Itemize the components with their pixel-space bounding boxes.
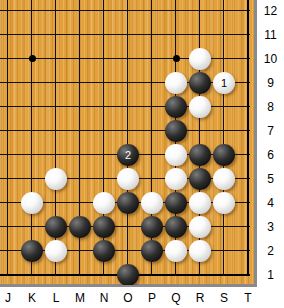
board-point-J7[interactable] (0, 119, 20, 143)
board-point-O9[interactable] (116, 71, 140, 95)
white-stone (213, 192, 235, 214)
black-stone (141, 240, 163, 262)
black-stone (189, 72, 211, 94)
move-number-label: 1 (221, 78, 227, 89)
black-stone (189, 144, 211, 166)
black-stone (45, 216, 67, 238)
board-point-R1[interactable] (188, 263, 212, 285)
board-point-M2[interactable] (68, 239, 92, 263)
board-point-M3[interactable] (68, 215, 92, 239)
black-stone (165, 216, 187, 238)
board-point-P11[interactable] (140, 23, 164, 47)
board-point-R2[interactable] (188, 239, 212, 263)
board-point-S8[interactable] (212, 95, 236, 119)
board-point-J8[interactable] (0, 95, 20, 119)
board-point-N9[interactable] (92, 71, 116, 95)
board-point-M12[interactable] (68, 0, 92, 23)
col-label-N: N (92, 287, 116, 308)
board-point-R4[interactable] (188, 191, 212, 215)
board-point-R8[interactable] (188, 95, 212, 119)
col-label-M: M (68, 287, 92, 308)
board-point-T12[interactable] (236, 0, 255, 23)
board-point-L9[interactable] (44, 71, 68, 95)
col-label-Q: Q (164, 287, 188, 308)
board-point-Q8[interactable] (164, 95, 188, 119)
column-coordinate-labels: JKLMNOPQRST (0, 287, 260, 308)
board-point-O7[interactable] (116, 119, 140, 143)
white-stone (45, 168, 67, 190)
board-point-M4[interactable] (68, 191, 92, 215)
row-label-6: 6 (257, 143, 284, 167)
col-label-K: K (20, 287, 44, 308)
board-point-K11[interactable] (20, 23, 44, 47)
black-stone (117, 192, 139, 214)
white-stone (189, 240, 211, 262)
board-point-L4[interactable] (44, 191, 68, 215)
board-point-R7[interactable] (188, 119, 212, 143)
board-point-K12[interactable] (20, 0, 44, 23)
board-point-L3[interactable] (44, 215, 68, 239)
board-point-O12[interactable] (116, 0, 140, 23)
black-stone (93, 216, 115, 238)
black-stone (21, 240, 43, 262)
board-point-S10[interactable] (212, 47, 236, 71)
board-point-O11[interactable] (116, 23, 140, 47)
board-point-L10[interactable] (44, 47, 68, 71)
black-stone (117, 264, 139, 285)
board-point-K7[interactable] (20, 119, 44, 143)
col-label-S: S (212, 287, 236, 308)
board-point-P4[interactable] (140, 191, 164, 215)
board-point-L7[interactable] (44, 119, 68, 143)
board-point-R9[interactable] (188, 71, 212, 95)
board-point-Q11[interactable] (164, 23, 188, 47)
row-label-10: 10 (257, 47, 284, 71)
board-point-N11[interactable] (92, 23, 116, 47)
board-point-N6[interactable] (92, 143, 116, 167)
go-board-widget: 12 121110987654321 JKLMNOPQRST (0, 0, 284, 308)
white-stone (189, 96, 211, 118)
board-point-N12[interactable] (92, 0, 116, 23)
board-point-Q2[interactable] (164, 239, 188, 263)
board-point-L12[interactable] (44, 0, 68, 23)
board-point-K9[interactable] (20, 71, 44, 95)
board-point-J10[interactable] (0, 47, 20, 71)
board-point-S11[interactable] (212, 23, 236, 47)
board-grid: 12 (0, 0, 255, 285)
board-point-L2[interactable] (44, 239, 68, 263)
white-stone (45, 240, 67, 262)
row-label-11: 11 (257, 23, 284, 47)
white-stone (165, 144, 187, 166)
black-stone (165, 120, 187, 142)
row-label-5: 5 (257, 167, 284, 191)
black-stone: 2 (117, 144, 139, 166)
board-point-J5[interactable] (0, 167, 20, 191)
star-point (173, 55, 180, 62)
board-point-K4[interactable] (20, 191, 44, 215)
col-label-L: L (44, 287, 68, 308)
row-label-4: 4 (257, 191, 284, 215)
board-point-O3[interactable] (116, 215, 140, 239)
corner-spacer (257, 287, 284, 308)
go-board[interactable]: 12 (0, 0, 255, 285)
board-point-J4[interactable] (0, 191, 20, 215)
board-point-P7[interactable] (140, 119, 164, 143)
board-point-S5[interactable] (212, 167, 236, 191)
board-point-S3[interactable] (212, 215, 236, 239)
board-point-S6[interactable] (212, 143, 236, 167)
board-point-K3[interactable] (20, 215, 44, 239)
row-coordinate-labels: 121110987654321 (257, 0, 284, 287)
board-point-S4[interactable] (212, 191, 236, 215)
white-stone (165, 168, 187, 190)
board-point-R3[interactable] (188, 215, 212, 239)
board-point-S12[interactable] (212, 0, 236, 23)
col-label-R: R (188, 287, 212, 308)
board-point-Q7[interactable] (164, 119, 188, 143)
board-point-M7[interactable] (68, 119, 92, 143)
board-point-N1[interactable] (92, 263, 116, 285)
white-stone (141, 192, 163, 214)
board-point-S2[interactable] (212, 239, 236, 263)
board-point-O6[interactable]: 2 (116, 143, 140, 167)
board-point-P9[interactable] (140, 71, 164, 95)
board-point-M9[interactable] (68, 71, 92, 95)
board-point-P12[interactable] (140, 0, 164, 23)
move-number-label: 2 (125, 150, 131, 161)
board-point-P1[interactable] (140, 263, 164, 285)
board-point-Q3[interactable] (164, 215, 188, 239)
white-stone (189, 192, 211, 214)
board-point-N2[interactable] (92, 239, 116, 263)
board-point-T6[interactable] (236, 143, 255, 167)
white-stone: 1 (213, 72, 235, 94)
board-point-M6[interactable] (68, 143, 92, 167)
row-label-2: 2 (257, 239, 284, 263)
board-point-P6[interactable] (140, 143, 164, 167)
board-point-K5[interactable] (20, 167, 44, 191)
board-point-J9[interactable] (0, 71, 20, 95)
board-point-Q6[interactable] (164, 143, 188, 167)
row-label-9: 9 (257, 71, 284, 95)
board-point-T11[interactable] (236, 23, 255, 47)
black-stone (93, 240, 115, 262)
board-point-K10[interactable] (20, 47, 44, 71)
col-label-J: J (0, 287, 20, 308)
black-stone (165, 192, 187, 214)
white-stone (93, 192, 115, 214)
board-point-Q10[interactable] (164, 47, 188, 71)
board-point-R12[interactable] (188, 0, 212, 23)
col-label-O: O (116, 287, 140, 308)
board-point-K2[interactable] (20, 239, 44, 263)
board-point-R5[interactable] (188, 167, 212, 191)
board-point-T3[interactable] (236, 215, 255, 239)
board-point-L5[interactable] (44, 167, 68, 191)
board-point-S1[interactable] (212, 263, 236, 285)
board-point-J12[interactable] (0, 0, 20, 23)
row-label-1: 1 (257, 263, 284, 287)
black-stone (189, 168, 211, 190)
board-point-J3[interactable] (0, 215, 20, 239)
board-point-P5[interactable] (140, 167, 164, 191)
board-point-P2[interactable] (140, 239, 164, 263)
board-point-T10[interactable] (236, 47, 255, 71)
board-point-L8[interactable] (44, 95, 68, 119)
board-point-T2[interactable] (236, 239, 255, 263)
board-point-K8[interactable] (20, 95, 44, 119)
white-stone (21, 192, 43, 214)
board-point-T5[interactable] (236, 167, 255, 191)
board-point-P10[interactable] (140, 47, 164, 71)
black-stone (69, 216, 91, 238)
board-point-M11[interactable] (68, 23, 92, 47)
board-point-T7[interactable] (236, 119, 255, 143)
board-point-J6[interactable] (0, 143, 20, 167)
white-stone (189, 48, 211, 70)
black-stone (165, 96, 187, 118)
board-point-L6[interactable] (44, 143, 68, 167)
board-point-N3[interactable] (92, 215, 116, 239)
board-point-O1[interactable] (116, 263, 140, 285)
board-point-T9[interactable] (236, 71, 255, 95)
row-label-12: 12 (257, 0, 284, 23)
white-stone (213, 168, 235, 190)
board-point-O5[interactable] (116, 167, 140, 191)
board-point-O4[interactable] (116, 191, 140, 215)
white-stone (165, 240, 187, 262)
board-point-S9[interactable]: 1 (212, 71, 236, 95)
white-stone (165, 72, 187, 94)
board-point-Q9[interactable] (164, 71, 188, 95)
board-point-M10[interactable] (68, 47, 92, 71)
board-point-R10[interactable] (188, 47, 212, 71)
board-point-R6[interactable] (188, 143, 212, 167)
board-point-M8[interactable] (68, 95, 92, 119)
board-point-N10[interactable] (92, 47, 116, 71)
board-point-M5[interactable] (68, 167, 92, 191)
board-point-O10[interactable] (116, 47, 140, 71)
board-point-Q1[interactable] (164, 263, 188, 285)
board-point-S7[interactable] (212, 119, 236, 143)
row-label-7: 7 (257, 119, 284, 143)
board-point-J11[interactable] (0, 23, 20, 47)
row-label-8: 8 (257, 95, 284, 119)
board-point-P8[interactable] (140, 95, 164, 119)
board-point-M1[interactable] (68, 263, 92, 285)
board-point-P3[interactable] (140, 215, 164, 239)
board-point-N4[interactable] (92, 191, 116, 215)
board-point-J1[interactable] (0, 263, 20, 285)
col-label-P: P (140, 287, 164, 308)
board-point-Q12[interactable] (164, 0, 188, 23)
board-point-T1[interactable] (236, 263, 255, 285)
board-point-N8[interactable] (92, 95, 116, 119)
board-point-Q4[interactable] (164, 191, 188, 215)
board-point-N5[interactable] (92, 167, 116, 191)
board-point-K6[interactable] (20, 143, 44, 167)
black-stone (141, 216, 163, 238)
white-stone (117, 168, 139, 190)
board-point-J2[interactable] (0, 239, 20, 263)
star-point (29, 55, 36, 62)
white-stone (189, 216, 211, 238)
board-point-R11[interactable] (188, 23, 212, 47)
board-point-L1[interactable] (44, 263, 68, 285)
board-point-L11[interactable] (44, 23, 68, 47)
board-point-N7[interactable] (92, 119, 116, 143)
board-point-O2[interactable] (116, 239, 140, 263)
board-point-Q5[interactable] (164, 167, 188, 191)
board-point-T4[interactable] (236, 191, 255, 215)
board-point-T8[interactable] (236, 95, 255, 119)
board-point-O8[interactable] (116, 95, 140, 119)
row-label-3: 3 (257, 215, 284, 239)
board-point-K1[interactable] (20, 263, 44, 285)
black-stone (213, 144, 235, 166)
